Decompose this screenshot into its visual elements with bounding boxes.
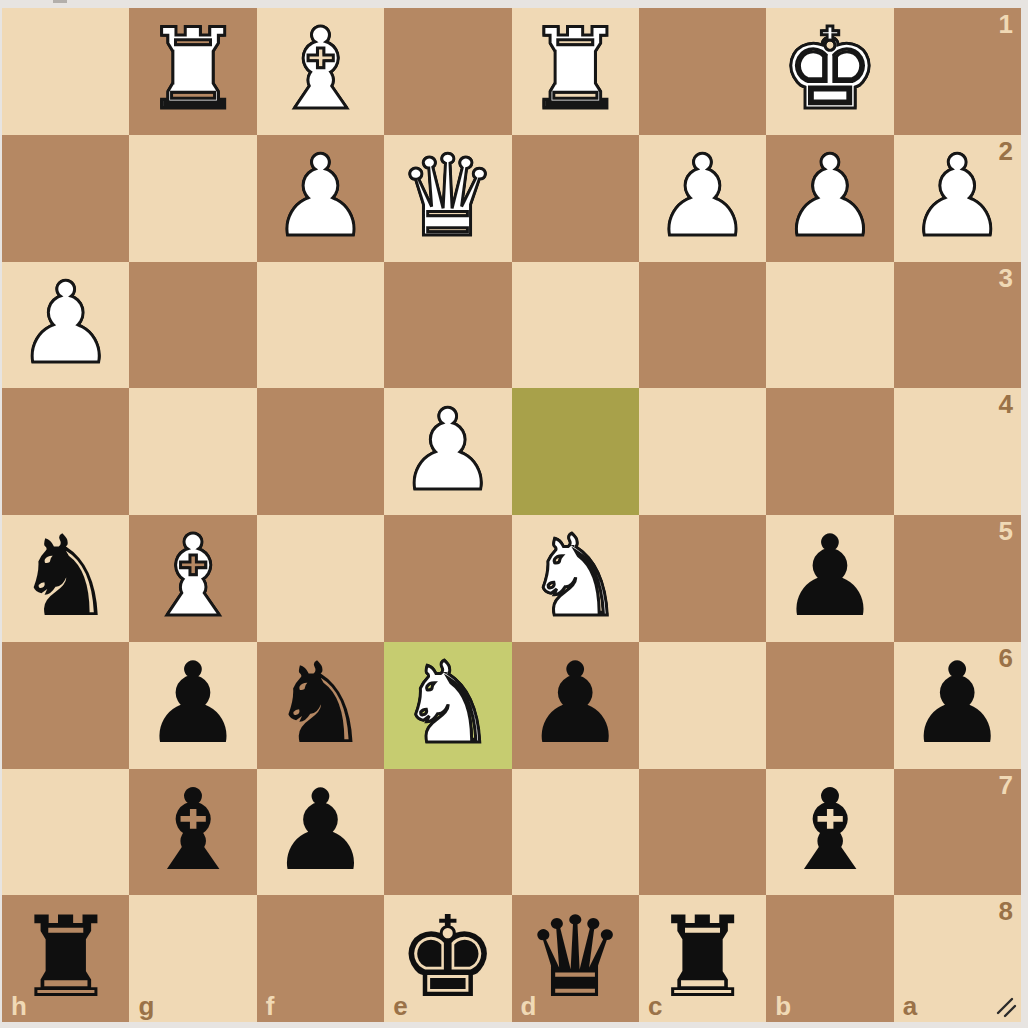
square-b2[interactable]: ♟ [766, 135, 893, 262]
rank-label-3: 3 [999, 265, 1013, 291]
chess-app-screen: ♜♝♜♚1♟♛♟♟♟2♟3♟4♞♝♞♟5♟♞♞♟♟6♝♟♝7♜hgf♚e♛d♜c… [0, 0, 1028, 1028]
square-c8[interactable]: ♜c [639, 895, 766, 1022]
square-d1[interactable]: ♜ [512, 8, 639, 135]
rank-label-7: 7 [999, 772, 1013, 798]
square-f6[interactable]: ♞ [257, 642, 384, 769]
square-f4[interactable] [257, 388, 384, 515]
square-d2[interactable] [512, 135, 639, 262]
square-d5[interactable]: ♞ [512, 515, 639, 642]
square-f8[interactable]: f [257, 895, 384, 1022]
black-pawn[interactable]: ♟ [780, 520, 880, 632]
white-king[interactable]: ♚ [780, 13, 880, 125]
square-h3[interactable]: ♟ [2, 262, 129, 389]
rank-label-4: 4 [999, 391, 1013, 417]
square-d7[interactable] [512, 769, 639, 896]
white-bishop[interactable]: ♝ [143, 520, 243, 632]
square-d6[interactable]: ♟ [512, 642, 639, 769]
square-f3[interactable] [257, 262, 384, 389]
square-c5[interactable] [639, 515, 766, 642]
square-c1[interactable] [639, 8, 766, 135]
square-e8[interactable]: ♚e [384, 895, 511, 1022]
white-bishop[interactable]: ♝ [270, 13, 370, 125]
square-a6[interactable]: ♟6 [894, 642, 1021, 769]
top-edge-artifact [53, 0, 67, 3]
square-e6[interactable]: ♞ [384, 642, 511, 769]
square-b6[interactable] [766, 642, 893, 769]
square-g2[interactable] [129, 135, 256, 262]
black-rook[interactable]: ♜ [15, 901, 115, 1013]
white-pawn[interactable]: ♟ [907, 140, 1007, 252]
square-g1[interactable]: ♜ [129, 8, 256, 135]
black-bishop[interactable]: ♝ [780, 774, 880, 886]
rank-label-6: 6 [999, 645, 1013, 671]
white-pawn[interactable]: ♟ [15, 267, 115, 379]
board-resize-handle-icon[interactable] [993, 994, 1019, 1020]
rank-label-1: 1 [999, 11, 1013, 37]
square-a8[interactable]: 8a [894, 895, 1021, 1022]
square-h8[interactable]: ♜h [2, 895, 129, 1022]
square-g6[interactable]: ♟ [129, 642, 256, 769]
square-h7[interactable] [2, 769, 129, 896]
file-label-a: a [903, 993, 917, 1019]
black-pawn[interactable]: ♟ [143, 647, 243, 759]
file-label-b: b [775, 993, 791, 1019]
square-b8[interactable]: b [766, 895, 893, 1022]
black-queen[interactable]: ♛ [525, 901, 625, 1013]
square-h6[interactable] [2, 642, 129, 769]
square-a5[interactable]: 5 [894, 515, 1021, 642]
square-e4[interactable]: ♟ [384, 388, 511, 515]
white-pawn[interactable]: ♟ [398, 394, 498, 506]
black-rook[interactable]: ♜ [652, 901, 752, 1013]
rank-label-8: 8 [999, 898, 1013, 924]
square-e1[interactable] [384, 8, 511, 135]
black-knight[interactable]: ♞ [15, 520, 115, 632]
black-pawn[interactable]: ♟ [525, 647, 625, 759]
square-a1[interactable]: 1 [894, 8, 1021, 135]
square-b5[interactable]: ♟ [766, 515, 893, 642]
rank-label-5: 5 [999, 518, 1013, 544]
file-label-c: c [648, 993, 662, 1019]
black-bishop[interactable]: ♝ [143, 774, 243, 886]
square-b7[interactable]: ♝ [766, 769, 893, 896]
square-c4[interactable] [639, 388, 766, 515]
square-f5[interactable] [257, 515, 384, 642]
square-d3[interactable] [512, 262, 639, 389]
chess-board[interactable]: ♜♝♜♚1♟♛♟♟♟2♟3♟4♞♝♞♟5♟♞♞♟♟6♝♟♝7♜hgf♚e♛d♜c… [2, 8, 1021, 1022]
square-c7[interactable] [639, 769, 766, 896]
square-a7[interactable]: 7 [894, 769, 1021, 896]
black-pawn[interactable]: ♟ [907, 647, 1007, 759]
white-pawn[interactable]: ♟ [780, 140, 880, 252]
square-e5[interactable] [384, 515, 511, 642]
square-g5[interactable]: ♝ [129, 515, 256, 642]
square-a2[interactable]: ♟2 [894, 135, 1021, 262]
square-g4[interactable] [129, 388, 256, 515]
square-e2[interactable]: ♛ [384, 135, 511, 262]
white-rook[interactable]: ♜ [143, 13, 243, 125]
square-g8[interactable]: g [129, 895, 256, 1022]
square-b1[interactable]: ♚ [766, 8, 893, 135]
square-g3[interactable] [129, 262, 256, 389]
square-h5[interactable]: ♞ [2, 515, 129, 642]
square-d8[interactable]: ♛d [512, 895, 639, 1022]
square-e3[interactable] [384, 262, 511, 389]
square-h1[interactable] [2, 8, 129, 135]
square-f2[interactable]: ♟ [257, 135, 384, 262]
square-b3[interactable] [766, 262, 893, 389]
square-e7[interactable] [384, 769, 511, 896]
square-c6[interactable] [639, 642, 766, 769]
square-c2[interactable]: ♟ [639, 135, 766, 262]
white-queen[interactable]: ♛ [398, 140, 498, 252]
black-pawn[interactable]: ♟ [270, 774, 370, 886]
square-a3[interactable]: 3 [894, 262, 1021, 389]
white-knight[interactable]: ♞ [525, 520, 625, 632]
square-f7[interactable]: ♟ [257, 769, 384, 896]
white-rook[interactable]: ♜ [525, 13, 625, 125]
file-label-e: e [393, 993, 407, 1019]
file-label-f: f [266, 993, 275, 1019]
square-g7[interactable]: ♝ [129, 769, 256, 896]
file-label-d: d [521, 993, 537, 1019]
white-pawn[interactable]: ♟ [652, 140, 752, 252]
square-d4[interactable] [512, 388, 639, 515]
square-f1[interactable]: ♝ [257, 8, 384, 135]
square-a4[interactable]: 4 [894, 388, 1021, 515]
black-king[interactable]: ♚ [398, 901, 498, 1013]
square-b4[interactable] [766, 388, 893, 515]
rank-label-2: 2 [999, 138, 1013, 164]
file-label-g: g [138, 993, 154, 1019]
square-h2[interactable] [2, 135, 129, 262]
file-label-h: h [11, 993, 27, 1019]
square-h4[interactable] [2, 388, 129, 515]
white-pawn[interactable]: ♟ [270, 140, 370, 252]
white-knight[interactable]: ♞ [398, 647, 498, 759]
black-knight[interactable]: ♞ [270, 647, 370, 759]
square-c3[interactable] [639, 262, 766, 389]
